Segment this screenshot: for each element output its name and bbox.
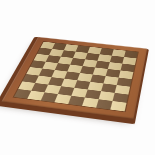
square-h1 [110, 101, 126, 111]
board-3d-wrapper [2, 37, 148, 119]
photo-background [0, 0, 155, 155]
board-grid [14, 42, 138, 112]
